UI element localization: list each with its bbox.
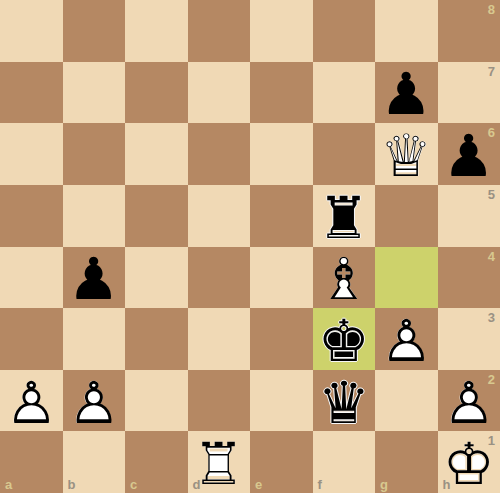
black-king-glyph: ♚ [318,312,370,370]
white-king-glyph: ♔ [443,435,495,493]
square-d3[interactable] [188,308,251,370]
piece-black-queen-f2[interactable]: ♛ [318,374,370,432]
square-b7[interactable] [63,62,126,124]
black-queen-glyph: ♛ [318,374,370,432]
square-h1[interactable]: ♚♔1h [438,431,500,493]
square-g6[interactable]: ♛♕ [375,123,438,185]
square-a3[interactable] [0,308,63,370]
square-a8[interactable] [0,0,63,62]
piece-white-king-h1[interactable]: ♚♔ [443,435,495,493]
file-label-a: a [5,477,12,492]
rank-label-8: 8 [488,2,495,17]
file-label-e: e [255,477,262,492]
square-f6[interactable] [313,123,376,185]
square-b6[interactable] [63,123,126,185]
square-c1[interactable]: c [125,431,188,493]
square-b2[interactable]: ♟♙ [63,370,126,432]
square-h7[interactable]: 7 [438,62,500,124]
square-d8[interactable] [188,0,251,62]
file-label-g: g [380,477,388,492]
white-pawn-glyph: ♙ [443,374,495,432]
square-h8[interactable]: 8 [438,0,500,62]
square-g3[interactable]: ♟♙ [375,308,438,370]
square-e1[interactable]: e [250,431,313,493]
square-e7[interactable] [250,62,313,124]
chess-board: 8♟7♛♕♟6♜5♟♝♗4♚♟♙3♟♙♟♙♛♟♙2abc♜♖defg♚♔1h [0,0,500,493]
square-c4[interactable] [125,247,188,309]
piece-white-rook-d1[interactable]: ♜♖ [193,435,245,493]
square-e2[interactable] [250,370,313,432]
square-b3[interactable] [63,308,126,370]
square-h3[interactable]: 3 [438,308,500,370]
square-a6[interactable] [0,123,63,185]
square-a4[interactable] [0,247,63,309]
square-g1[interactable]: g [375,431,438,493]
piece-white-pawn-a2[interactable]: ♟♙ [5,374,57,432]
square-h2[interactable]: ♟♙2 [438,370,500,432]
piece-white-pawn-b2[interactable]: ♟♙ [68,374,120,432]
square-d5[interactable] [188,185,251,247]
square-b4[interactable]: ♟ [63,247,126,309]
square-f1[interactable]: f [313,431,376,493]
file-label-c: c [130,477,137,492]
square-e4[interactable] [250,247,313,309]
square-a5[interactable] [0,185,63,247]
square-d2[interactable] [188,370,251,432]
piece-black-king-f3[interactable]: ♚ [318,312,370,370]
square-e6[interactable] [250,123,313,185]
white-pawn-glyph: ♙ [5,374,57,432]
square-f7[interactable] [313,62,376,124]
square-c5[interactable] [125,185,188,247]
square-e5[interactable] [250,185,313,247]
piece-black-pawn-h6[interactable]: ♟ [443,127,495,185]
white-rook-glyph: ♖ [193,435,245,493]
square-d1[interactable]: ♜♖d [188,431,251,493]
square-c3[interactable] [125,308,188,370]
square-d7[interactable] [188,62,251,124]
white-pawn-glyph: ♙ [380,312,432,370]
square-d4[interactable] [188,247,251,309]
white-pawn-glyph: ♙ [68,374,120,432]
square-g7[interactable]: ♟ [375,62,438,124]
square-c6[interactable] [125,123,188,185]
square-f3[interactable]: ♚ [313,308,376,370]
piece-black-pawn-g7[interactable]: ♟ [380,65,432,123]
square-c7[interactable] [125,62,188,124]
square-h6[interactable]: ♟6 [438,123,500,185]
rank-label-3: 3 [488,310,495,325]
piece-white-bishop-f4[interactable]: ♝♗ [318,250,370,308]
square-d6[interactable] [188,123,251,185]
square-g5[interactable] [375,185,438,247]
square-c8[interactable] [125,0,188,62]
square-f4[interactable]: ♝♗ [313,247,376,309]
file-label-b: b [68,477,76,492]
square-c2[interactable] [125,370,188,432]
black-pawn-glyph: ♟ [443,127,495,185]
square-b8[interactable] [63,0,126,62]
square-f2[interactable]: ♛ [313,370,376,432]
piece-black-pawn-b4[interactable]: ♟ [68,250,120,308]
square-e8[interactable] [250,0,313,62]
square-g2[interactable] [375,370,438,432]
square-g4[interactable] [375,247,438,309]
piece-black-rook-f5[interactable]: ♜ [318,189,370,247]
square-a1[interactable]: a [0,431,63,493]
white-queen-glyph: ♕ [380,127,432,185]
black-rook-glyph: ♜ [318,189,370,247]
square-f8[interactable] [313,0,376,62]
square-f5[interactable]: ♜ [313,185,376,247]
square-h4[interactable]: 4 [438,247,500,309]
square-a7[interactable] [0,62,63,124]
square-a2[interactable]: ♟♙ [0,370,63,432]
file-label-f: f [318,477,322,492]
rank-label-5: 5 [488,187,495,202]
white-bishop-glyph: ♗ [318,250,370,308]
piece-white-queen-g6[interactable]: ♛♕ [380,127,432,185]
rank-label-7: 7 [488,64,495,79]
square-g8[interactable] [375,0,438,62]
piece-white-pawn-g3[interactable]: ♟♙ [380,312,432,370]
black-pawn-glyph: ♟ [68,250,120,308]
square-b1[interactable]: b [63,431,126,493]
rank-label-4: 4 [488,249,495,264]
black-pawn-glyph: ♟ [380,65,432,123]
piece-white-pawn-h2[interactable]: ♟♙ [443,374,495,432]
square-e3[interactable] [250,308,313,370]
square-b5[interactable] [63,185,126,247]
square-h5[interactable]: 5 [438,185,500,247]
